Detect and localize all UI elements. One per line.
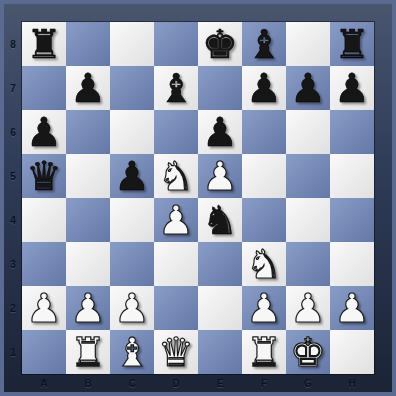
square-a3[interactable] [22, 242, 66, 286]
white-knight-f3: ♞ [246, 244, 282, 284]
square-b7[interactable]: ♟ [66, 66, 110, 110]
black-pawn-h7: ♟ [334, 68, 370, 108]
file-label-e: E [198, 374, 242, 392]
square-a6[interactable]: ♟ [22, 110, 66, 154]
black-knight-e4: ♞ [202, 200, 238, 240]
square-b4[interactable] [66, 198, 110, 242]
square-c8[interactable] [110, 22, 154, 66]
square-a7[interactable] [22, 66, 66, 110]
white-bishop-c1: ♝ [114, 332, 150, 372]
rank-label-2: 2 [4, 286, 22, 330]
white-pawn-b2: ♟ [70, 288, 106, 328]
black-rook-a8: ♜ [26, 24, 62, 64]
white-pawn-e5: ♟ [202, 156, 238, 196]
square-e3[interactable] [198, 242, 242, 286]
square-a2[interactable]: ♟ [22, 286, 66, 330]
white-knight-d5: ♞ [158, 156, 194, 196]
board: ♜♚♝♜♟♝♟♟♟♟♟♛♟♞♟♟♞♞♟♟♟♟♟♟♜♝♛♜♚ [22, 22, 374, 374]
square-g6[interactable] [286, 110, 330, 154]
square-d1[interactable]: ♛ [154, 330, 198, 374]
square-d4[interactable]: ♟ [154, 198, 198, 242]
square-a4[interactable] [22, 198, 66, 242]
black-pawn-a6: ♟ [26, 112, 62, 152]
square-h1[interactable] [330, 330, 374, 374]
square-c4[interactable] [110, 198, 154, 242]
square-h8[interactable]: ♜ [330, 22, 374, 66]
black-pawn-c5: ♟ [114, 156, 150, 196]
square-f6[interactable] [242, 110, 286, 154]
square-e4[interactable]: ♞ [198, 198, 242, 242]
white-king-g1: ♚ [290, 332, 326, 372]
square-d6[interactable] [154, 110, 198, 154]
black-pawn-e6: ♟ [202, 112, 238, 152]
black-bishop-d7: ♝ [158, 68, 194, 108]
square-d2[interactable] [154, 286, 198, 330]
square-d7[interactable]: ♝ [154, 66, 198, 110]
file-label-g: G [286, 374, 330, 392]
square-f4[interactable] [242, 198, 286, 242]
square-h4[interactable] [330, 198, 374, 242]
black-rook-h8: ♜ [334, 24, 370, 64]
white-queen-d1: ♛ [158, 332, 194, 372]
square-f7[interactable]: ♟ [242, 66, 286, 110]
square-e7[interactable] [198, 66, 242, 110]
square-d3[interactable] [154, 242, 198, 286]
square-b8[interactable] [66, 22, 110, 66]
rank-label-5: 5 [4, 154, 22, 198]
white-pawn-f2: ♟ [246, 288, 282, 328]
square-h3[interactable] [330, 242, 374, 286]
square-b5[interactable] [66, 154, 110, 198]
square-b2[interactable]: ♟ [66, 286, 110, 330]
square-b6[interactable] [66, 110, 110, 154]
white-pawn-h2: ♟ [334, 288, 370, 328]
square-d8[interactable] [154, 22, 198, 66]
file-label-c: C [110, 374, 154, 392]
square-g2[interactable]: ♟ [286, 286, 330, 330]
square-e5[interactable]: ♟ [198, 154, 242, 198]
black-queen-a5: ♛ [26, 156, 62, 196]
rank-label-4: 4 [4, 198, 22, 242]
square-f3[interactable]: ♞ [242, 242, 286, 286]
square-g4[interactable] [286, 198, 330, 242]
square-f8[interactable]: ♝ [242, 22, 286, 66]
rank-label-3: 3 [4, 242, 22, 286]
square-c1[interactable]: ♝ [110, 330, 154, 374]
square-e1[interactable] [198, 330, 242, 374]
rank-label-1: 1 [4, 330, 22, 374]
rank-label-7: 7 [4, 66, 22, 110]
rank-labels: 87654321 [4, 22, 22, 374]
file-labels: ABCDEFGH [22, 374, 374, 392]
square-a8[interactable]: ♜ [22, 22, 66, 66]
file-label-a: A [22, 374, 66, 392]
square-d5[interactable]: ♞ [154, 154, 198, 198]
square-e8[interactable]: ♚ [198, 22, 242, 66]
square-b1[interactable]: ♜ [66, 330, 110, 374]
square-c7[interactable] [110, 66, 154, 110]
rank-label-8: 8 [4, 22, 22, 66]
square-g5[interactable] [286, 154, 330, 198]
file-label-h: H [330, 374, 374, 392]
square-g8[interactable] [286, 22, 330, 66]
white-pawn-a2: ♟ [26, 288, 62, 328]
black-pawn-f7: ♟ [246, 68, 282, 108]
square-c6[interactable] [110, 110, 154, 154]
square-c2[interactable]: ♟ [110, 286, 154, 330]
rank-label-6: 6 [4, 110, 22, 154]
square-a1[interactable] [22, 330, 66, 374]
square-f1[interactable]: ♜ [242, 330, 286, 374]
black-pawn-b7: ♟ [70, 68, 106, 108]
black-bishop-f8: ♝ [246, 24, 282, 64]
square-c5[interactable]: ♟ [110, 154, 154, 198]
black-king-e8: ♚ [202, 24, 238, 64]
white-rook-b1: ♜ [70, 332, 106, 372]
black-pawn-g7: ♟ [290, 68, 326, 108]
square-f5[interactable] [242, 154, 286, 198]
square-h6[interactable] [330, 110, 374, 154]
white-pawn-c2: ♟ [114, 288, 150, 328]
square-e2[interactable] [198, 286, 242, 330]
white-pawn-g2: ♟ [290, 288, 326, 328]
chessboard-frame: 87654321 ♜♚♝♜♟♝♟♟♟♟♟♛♟♞♟♟♞♞♟♟♟♟♟♟♜♝♛♜♚ A… [0, 0, 396, 396]
square-g3[interactable] [286, 242, 330, 286]
square-c3[interactable] [110, 242, 154, 286]
file-label-b: B [66, 374, 110, 392]
square-g7[interactable]: ♟ [286, 66, 330, 110]
square-b3[interactable] [66, 242, 110, 286]
square-a5[interactable]: ♛ [22, 154, 66, 198]
square-f2[interactable]: ♟ [242, 286, 286, 330]
file-label-d: D [154, 374, 198, 392]
white-rook-f1: ♜ [246, 332, 282, 372]
square-h2[interactable]: ♟ [330, 286, 374, 330]
square-h7[interactable]: ♟ [330, 66, 374, 110]
white-pawn-d4: ♟ [158, 200, 194, 240]
file-label-f: F [242, 374, 286, 392]
square-h5[interactable] [330, 154, 374, 198]
square-e6[interactable]: ♟ [198, 110, 242, 154]
square-g1[interactable]: ♚ [286, 330, 330, 374]
